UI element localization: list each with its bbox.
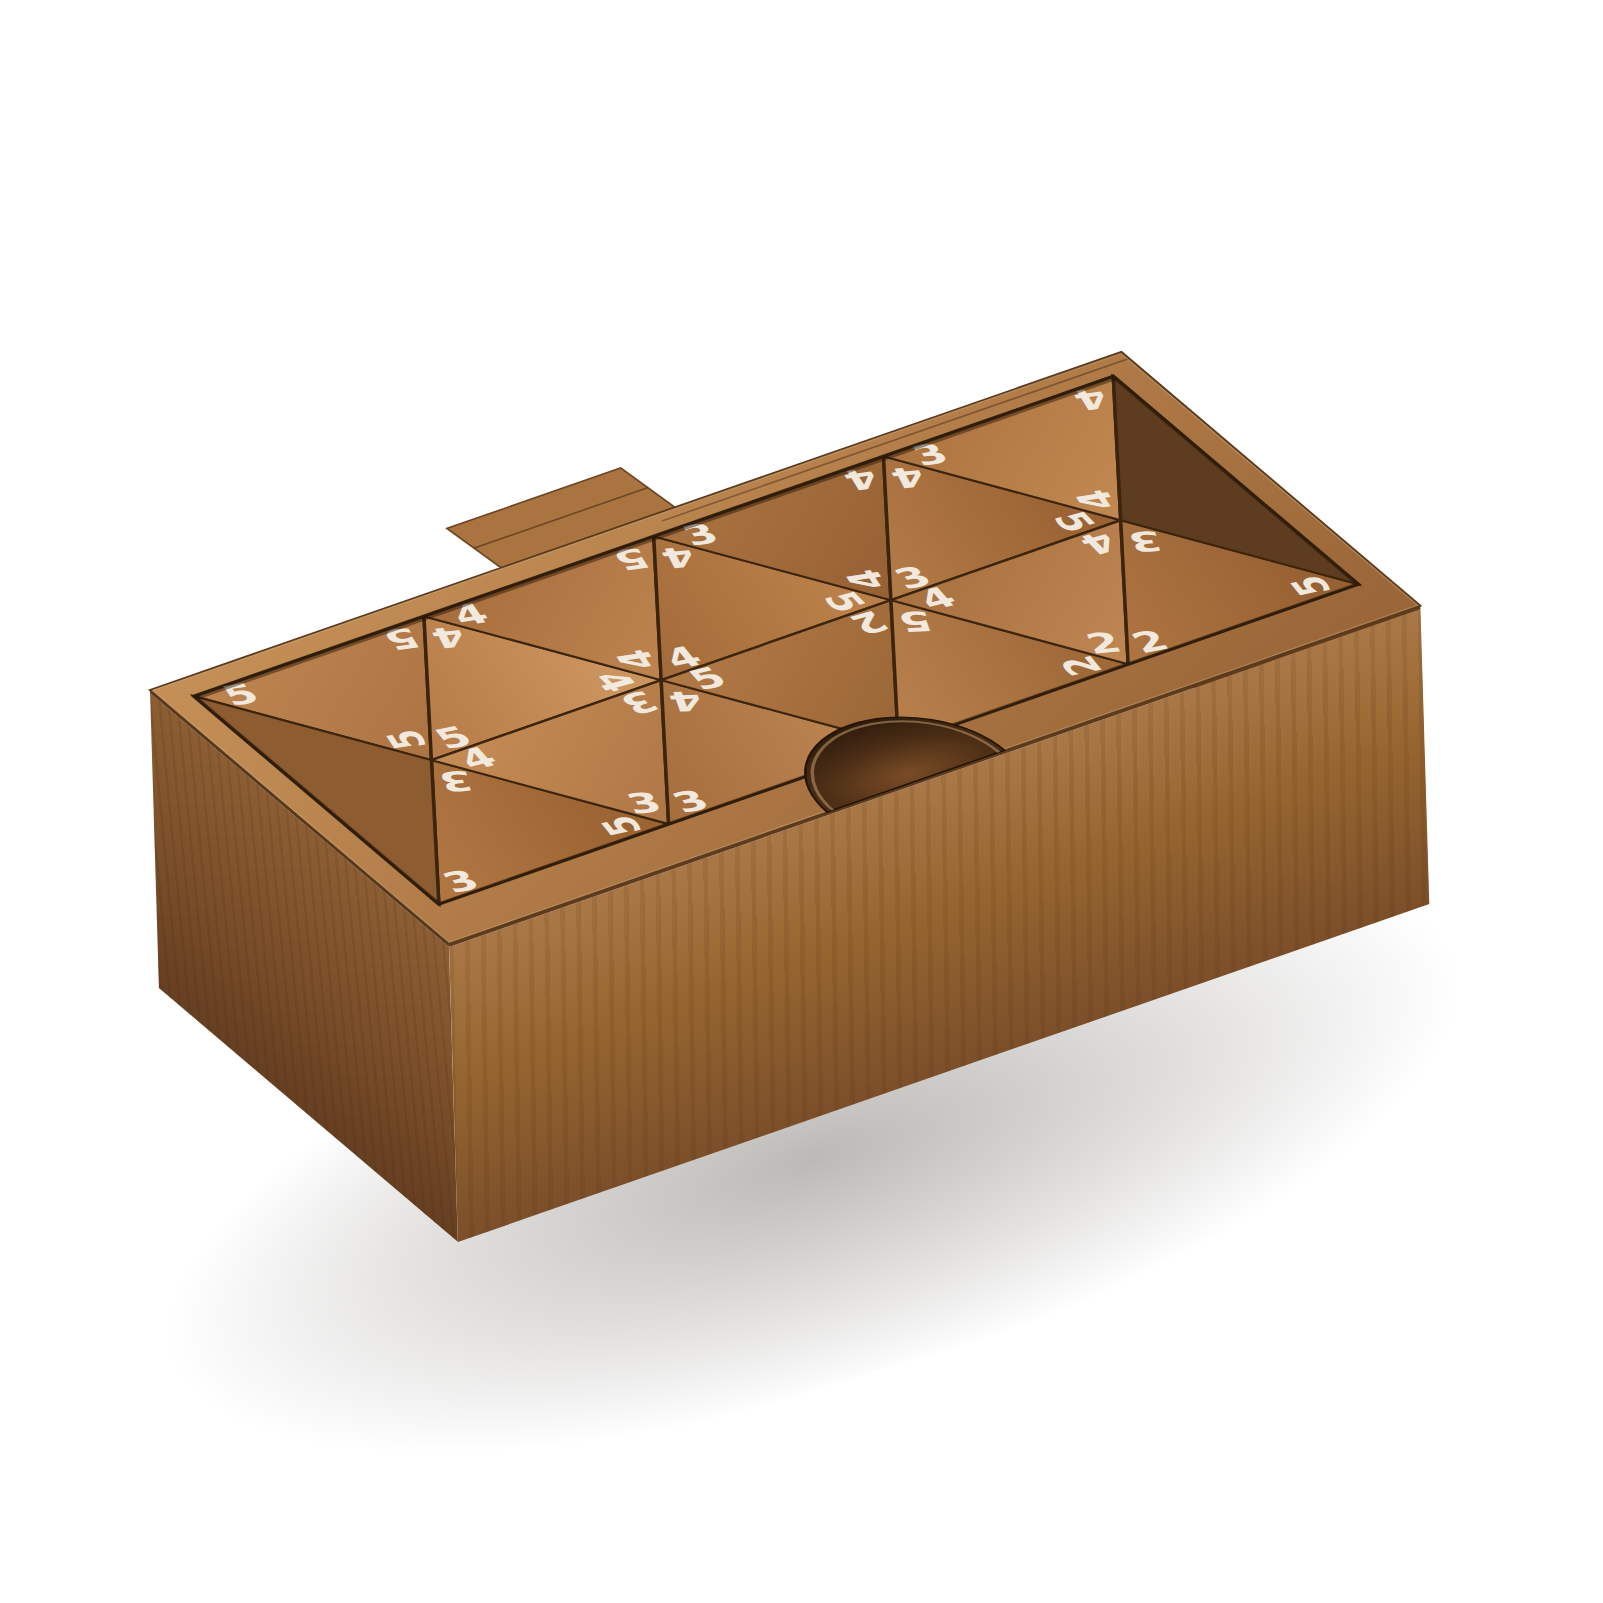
product-photo-scene: 555544445445344345344335433345252424235	[0, 0, 1603, 1603]
